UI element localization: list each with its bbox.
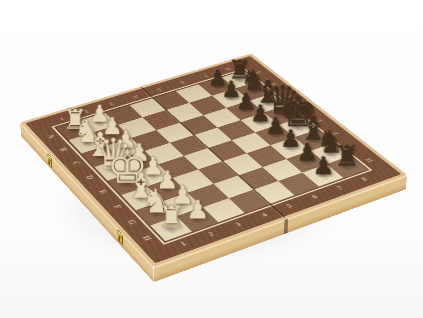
chess-board: ♜♞♝♛♚♝♞♜♟♟♟♟♟♟♟♟♟♟♟♟♟♟♟♟♜♞♝♛♚♝♞♜ AABBCCD…: [20, 54, 407, 268]
scene: ♜♞♝♛♚♝♞♜♟♟♟♟♟♟♟♟♟♟♟♟♟♟♟♟♜♞♝♛♚♝♞♜ AABBCCD…: [0, 0, 423, 318]
piece-white-rook-h1: ♜: [149, 202, 193, 232]
product-photo: ♜♞♝♛♚♝♞♜♟♟♟♟♟♟♟♟♟♟♟♟♟♟♟♟♜♞♝♛♚♝♞♜ AABBCCD…: [0, 0, 423, 318]
brass-clasp: [118, 229, 124, 246]
piece-black-pawn-h7: ♟: [302, 154, 343, 179]
brass-clasp: [47, 153, 52, 169]
